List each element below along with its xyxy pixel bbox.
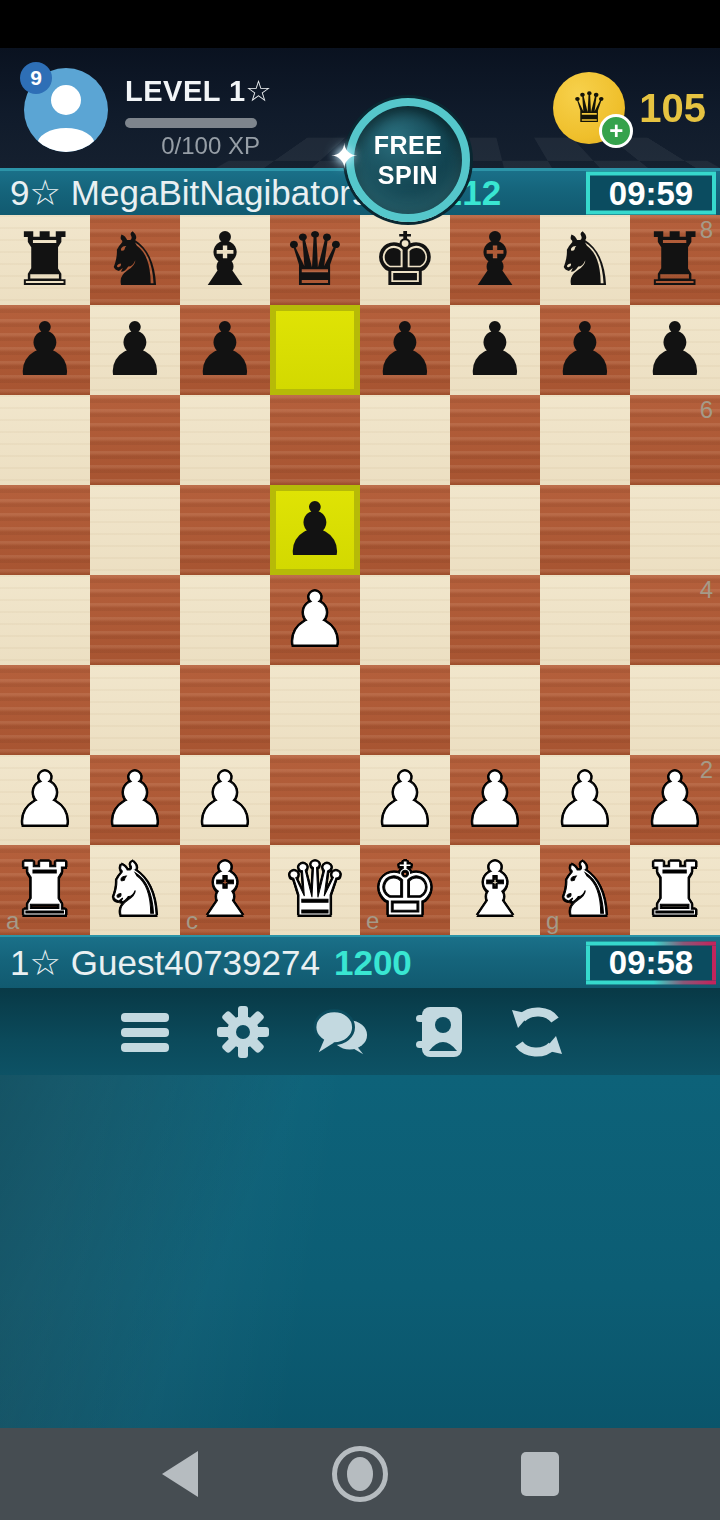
square-d4[interactable]: ♟ (270, 575, 360, 665)
coin-count: 105 (639, 86, 706, 131)
add-coins-button[interactable]: + (599, 114, 633, 148)
rank-label-2: 2 (700, 756, 713, 784)
white-rook-h1: ♜ (630, 845, 720, 933)
square-e6[interactable] (360, 395, 450, 485)
square-h7[interactable]: ♟ (630, 305, 720, 395)
opponent-stars: 9☆ (10, 173, 61, 213)
square-g1[interactable]: g♞ (540, 845, 630, 935)
square-b2[interactable]: ♟ (90, 755, 180, 845)
back-icon (162, 1451, 198, 1497)
square-a3[interactable] (0, 665, 90, 755)
square-d5[interactable]: ♟ (270, 485, 360, 575)
black-pawn-e7: ♟ (360, 305, 450, 393)
square-h3[interactable] (630, 665, 720, 755)
player-clock: 09:58 (586, 941, 716, 984)
square-d1[interactable]: ♛ (270, 845, 360, 935)
square-e3[interactable] (360, 665, 450, 755)
square-c3[interactable] (180, 665, 270, 755)
white-pawn-c2: ♟ (180, 755, 270, 843)
black-knight-g8: ♞ (540, 215, 630, 303)
square-e4[interactable] (360, 575, 450, 665)
square-e1[interactable]: e♚ (360, 845, 450, 935)
flip-sync-button[interactable] (509, 1004, 565, 1060)
white-pawn-e2: ♟ (360, 755, 450, 843)
chat-button[interactable] (313, 1004, 369, 1060)
player-stars: 1☆ (10, 943, 61, 983)
black-bishop-f8: ♝ (450, 215, 540, 303)
square-c5[interactable] (180, 485, 270, 575)
player-bar: 1☆ Guest40739274 1200 09:58 (0, 935, 720, 988)
sparkle-icon: ✦ (330, 136, 359, 176)
black-pawn-a7: ♟ (0, 305, 90, 393)
square-c2[interactable]: ♟ (180, 755, 270, 845)
person-icon (51, 85, 81, 115)
square-g2[interactable]: ♟ (540, 755, 630, 845)
home-button[interactable] (325, 1439, 395, 1509)
black-knight-b8: ♞ (90, 215, 180, 303)
black-pawn-f7: ♟ (450, 305, 540, 393)
square-f8[interactable]: ♝ (450, 215, 540, 305)
square-e2[interactable]: ♟ (360, 755, 450, 845)
square-c4[interactable] (180, 575, 270, 665)
file-label-g: g (546, 907, 559, 935)
white-knight-b1: ♞ (90, 845, 180, 933)
rank-label-8: 8 (700, 216, 713, 244)
square-c1[interactable]: c♝ (180, 845, 270, 935)
square-h6[interactable]: 6 (630, 395, 720, 485)
square-b5[interactable] (90, 485, 180, 575)
black-pawn-c7: ♟ (180, 305, 270, 393)
file-label-a: a (6, 907, 19, 935)
app-screen: 9 LEVEL 1☆ 0/100 XP ✦ FREE SPIN ♛ + 105 … (0, 0, 720, 1520)
square-b7[interactable]: ♟ (90, 305, 180, 395)
opponent-clock: 09:59 (586, 172, 716, 215)
square-a2[interactable]: ♟ (0, 755, 90, 845)
square-f3[interactable] (450, 665, 540, 755)
square-e5[interactable] (360, 485, 450, 575)
chess-board: ♜♞♝♛♚♝♞8♜♟♟♟♟♟♟♟6♟♟4♟♟♟♟♟♟2♟a♜♞c♝♛e♚♝g♞♜ (0, 215, 720, 935)
black-pawn-h7: ♟ (630, 305, 720, 393)
white-bishop-f1: ♝ (450, 845, 540, 933)
white-pawn-f2: ♟ (450, 755, 540, 843)
square-g3[interactable] (540, 665, 630, 755)
square-g6[interactable] (540, 395, 630, 485)
square-d7[interactable] (270, 305, 360, 395)
square-c6[interactable] (180, 395, 270, 485)
home-icon (332, 1446, 388, 1502)
square-a5[interactable] (0, 485, 90, 575)
square-f6[interactable] (450, 395, 540, 485)
contacts-icon (412, 1005, 466, 1059)
square-a6[interactable] (0, 395, 90, 485)
square-g4[interactable] (540, 575, 630, 665)
square-c8[interactable]: ♝ (180, 215, 270, 305)
white-pawn-b2: ♟ (90, 755, 180, 843)
coins-wallet[interactable]: ♛ + 105 (553, 72, 706, 144)
square-d2[interactable] (270, 755, 360, 845)
square-e8[interactable]: ♚ (360, 215, 450, 305)
square-c7[interactable]: ♟ (180, 305, 270, 395)
chat-icon (313, 1007, 369, 1057)
white-pawn-a2: ♟ (0, 755, 90, 843)
square-d8[interactable]: ♛ (270, 215, 360, 305)
square-d3[interactable] (270, 665, 360, 755)
free-spin-button[interactable]: ✦ FREE SPIN (346, 98, 470, 222)
sync-arrows-icon (510, 1006, 564, 1058)
free-spin-label: FREE SPIN (374, 130, 443, 190)
recents-icon (521, 1452, 559, 1496)
square-f2[interactable]: ♟ (450, 755, 540, 845)
avatar[interactable]: 9 (20, 62, 116, 158)
square-b3[interactable] (90, 665, 180, 755)
square-e7[interactable]: ♟ (360, 305, 450, 395)
square-a7[interactable]: ♟ (0, 305, 90, 395)
person-icon-body (37, 128, 95, 152)
white-pawn-d4: ♟ (270, 575, 360, 663)
toolbar (0, 988, 720, 1075)
square-a1[interactable]: a♜ (0, 845, 90, 935)
recents-button[interactable] (505, 1439, 575, 1509)
status-bar (0, 0, 720, 48)
black-pawn-d5: ♟ (270, 485, 360, 573)
square-b8[interactable]: ♞ (90, 215, 180, 305)
square-a4[interactable] (0, 575, 90, 665)
white-queen-d1: ♛ (270, 845, 360, 933)
level-badge: 9 (20, 62, 52, 94)
square-g7[interactable]: ♟ (540, 305, 630, 395)
square-f7[interactable]: ♟ (450, 305, 540, 395)
square-b6[interactable] (90, 395, 180, 485)
square-h8[interactable]: 8♜ (630, 215, 720, 305)
player-rating: 1200 (334, 943, 412, 983)
menu-icon (119, 1009, 171, 1055)
android-nav-bar (0, 1428, 720, 1520)
square-b1[interactable]: ♞ (90, 845, 180, 935)
black-pawn-g7: ♟ (540, 305, 630, 393)
square-f4[interactable] (450, 575, 540, 665)
black-queen-d8: ♛ (270, 215, 360, 303)
friends-button[interactable] (411, 1004, 467, 1060)
square-h2[interactable]: 2♟ (630, 755, 720, 845)
coin-crown-icon: ♛ + (553, 72, 625, 144)
black-king-e8: ♚ (360, 215, 450, 303)
level-block: LEVEL 1☆ 0/100 XP (125, 74, 260, 160)
gear-icon (216, 1005, 270, 1059)
white-pawn-g2: ♟ (540, 755, 630, 843)
rank-label-6: 6 (700, 396, 713, 424)
square-f1[interactable]: ♝ (450, 845, 540, 935)
content-area (0, 1075, 720, 1428)
rank-label-4: 4 (700, 576, 713, 604)
square-g8[interactable]: ♞ (540, 215, 630, 305)
file-label-c: c (186, 907, 198, 935)
black-rook-a8: ♜ (0, 215, 90, 303)
square-h5[interactable] (630, 485, 720, 575)
square-g5[interactable] (540, 485, 630, 575)
square-b4[interactable] (90, 575, 180, 665)
level-label: LEVEL 1☆ (125, 74, 260, 108)
xp-label: 0/100 XP (125, 132, 260, 160)
black-pawn-b7: ♟ (90, 305, 180, 393)
file-label-e: e (366, 907, 379, 935)
back-button[interactable] (145, 1439, 215, 1509)
square-h1[interactable]: ♜ (630, 845, 720, 935)
player-name: Guest40739274 (71, 943, 320, 983)
square-d6[interactable] (270, 395, 360, 485)
black-bishop-c8: ♝ (180, 215, 270, 303)
settings-button[interactable] (215, 1004, 271, 1060)
square-a8[interactable]: ♜ (0, 215, 90, 305)
xp-progress-bar (125, 118, 257, 128)
square-f5[interactable] (450, 485, 540, 575)
square-h4[interactable]: 4 (630, 575, 720, 665)
menu-button[interactable] (117, 1004, 173, 1060)
header: 9 LEVEL 1☆ 0/100 XP ✦ FREE SPIN ♛ + 105 (0, 48, 720, 168)
